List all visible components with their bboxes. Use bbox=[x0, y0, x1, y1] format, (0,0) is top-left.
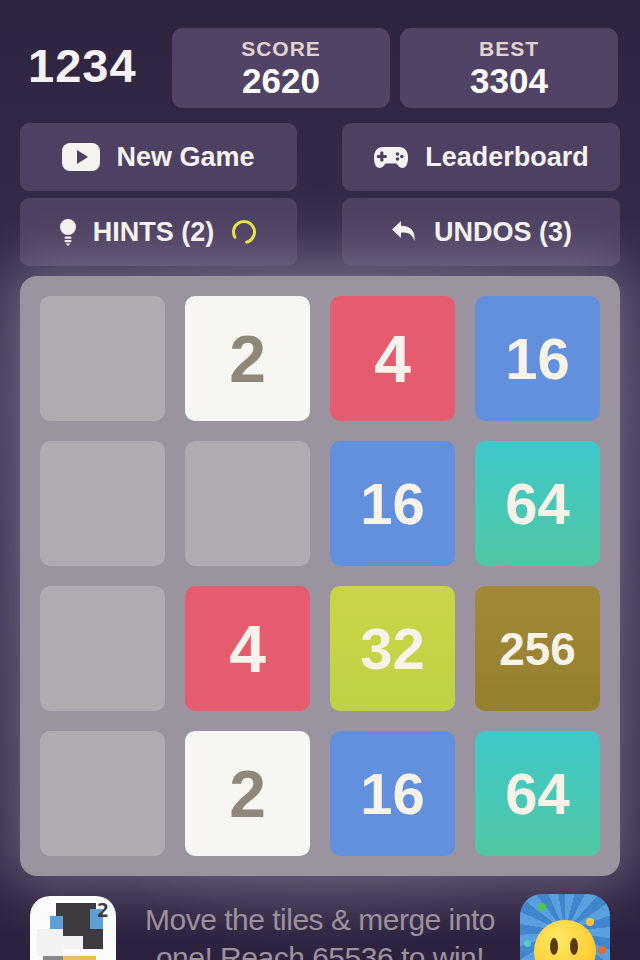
hint-ring-icon bbox=[230, 218, 258, 246]
best-label: BEST bbox=[479, 36, 539, 61]
empty-cell-r4c1 bbox=[40, 731, 165, 856]
undos-label: UNDOS (3) bbox=[434, 217, 572, 248]
empty-cell-r1c1 bbox=[40, 296, 165, 421]
tile-4-r1c3: 4 bbox=[330, 296, 455, 421]
score-box: SCORE 2620 bbox=[172, 28, 390, 108]
undo-arrow-icon bbox=[390, 220, 418, 244]
tile-2-r1c2: 2 bbox=[185, 296, 310, 421]
tile-16-r1c4: 16 bbox=[475, 296, 600, 421]
leaderboard-label: Leaderboard bbox=[425, 142, 589, 173]
ad-text-line1: Move the tiles & merge into bbox=[120, 901, 520, 939]
empty-cell-r2c2 bbox=[185, 441, 310, 566]
lightbulb-icon bbox=[59, 218, 77, 246]
ad-banner-text[interactable]: Move the tiles & merge into one! Reach 6… bbox=[120, 901, 520, 960]
empty-cell-r3c1 bbox=[40, 586, 165, 711]
tile-2-r4c2: 2 bbox=[185, 731, 310, 856]
gamepad-icon bbox=[373, 145, 409, 169]
undos-button[interactable]: UNDOS (3) bbox=[342, 198, 620, 266]
smiley-face bbox=[534, 920, 596, 960]
game-board-2048[interactable]: 2416166443225621664 bbox=[20, 276, 620, 876]
confetti-dot bbox=[586, 918, 594, 926]
best-value: 3304 bbox=[470, 61, 548, 101]
hints-button[interactable]: HINTS (2) bbox=[20, 198, 297, 266]
tile-64-r2c4: 64 bbox=[475, 441, 600, 566]
play-icon bbox=[62, 143, 100, 171]
hints-label: HINTS (2) bbox=[93, 217, 215, 248]
leaderboard-button[interactable]: Leaderboard bbox=[342, 123, 620, 191]
best-box: BEST 3304 bbox=[400, 28, 618, 108]
smiley-app-icon[interactable] bbox=[520, 894, 610, 960]
tile-32-r3c3: 32 bbox=[330, 586, 455, 711]
tile-4-r3c2: 4 bbox=[185, 586, 310, 711]
pixel-bird-app-icon[interactable]: 2 bbox=[30, 896, 116, 960]
new-game-button[interactable]: New Game bbox=[20, 123, 297, 191]
tile-16-r4c3: 16 bbox=[330, 731, 455, 856]
score-label: SCORE bbox=[241, 36, 321, 61]
new-game-label: New Game bbox=[116, 142, 254, 173]
tile-256-r3c4: 256 bbox=[475, 586, 600, 711]
empty-cell-r2c1 bbox=[40, 441, 165, 566]
confetti-dot bbox=[598, 946, 606, 954]
score-value: 2620 bbox=[242, 61, 320, 101]
tile-16-r2c3: 16 bbox=[330, 441, 455, 566]
app-screen: 1234 SCORE 2620 BEST 3304 New Game Leade… bbox=[0, 0, 640, 960]
ad-text-line2: one! Reach 65536 to win! bbox=[120, 939, 520, 960]
confetti-dot bbox=[538, 903, 546, 911]
tile-64-r4c4: 64 bbox=[475, 731, 600, 856]
confetti-dot bbox=[524, 940, 531, 947]
game-id-number: 1234 bbox=[28, 38, 137, 93]
ad-icon-badge: 2 bbox=[97, 898, 109, 922]
